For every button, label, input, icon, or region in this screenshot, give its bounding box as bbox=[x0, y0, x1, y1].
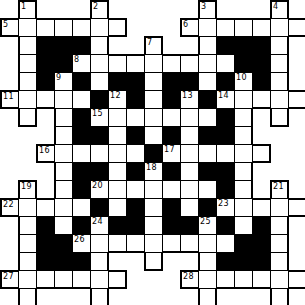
cell-r15c3[interactable] bbox=[54, 270, 73, 289]
cell-r1c12[interactable] bbox=[216, 18, 235, 37]
block-cell-r3c3 bbox=[54, 54, 73, 73]
cell-r2c15[interactable] bbox=[270, 36, 289, 55]
clue-number: 17 bbox=[164, 145, 175, 154]
cell-r6c6[interactable] bbox=[108, 108, 127, 127]
cell-r15c15[interactable] bbox=[270, 270, 289, 289]
cell-r8c10[interactable] bbox=[180, 144, 199, 163]
block-cell-r6c4 bbox=[72, 108, 91, 127]
clue-number: 12 bbox=[110, 91, 121, 100]
cell-r11c2[interactable] bbox=[36, 198, 55, 217]
cell-r13c8[interactable] bbox=[144, 234, 163, 253]
cell-r4c8[interactable] bbox=[144, 72, 163, 91]
cell-r10c8[interactable] bbox=[144, 180, 163, 199]
block-cell-r2c12 bbox=[216, 36, 235, 55]
cell-r11c3[interactable] bbox=[54, 198, 73, 217]
block-cell-r9c9 bbox=[162, 162, 181, 181]
cell-r14c11[interactable] bbox=[198, 252, 217, 271]
clue-number: 6 bbox=[183, 20, 189, 29]
cell-r10c5[interactable]: 20 bbox=[90, 180, 109, 199]
block-cell-r7c12 bbox=[216, 126, 235, 145]
cell-r13c10[interactable] bbox=[180, 234, 199, 253]
cell-r3c11[interactable] bbox=[198, 54, 217, 73]
cell-r10c11[interactable] bbox=[198, 180, 217, 199]
cell-r5c0[interactable]: 11 bbox=[0, 90, 19, 109]
cell-r10c15[interactable]: 21 bbox=[270, 180, 289, 199]
cell-r4c11[interactable] bbox=[198, 72, 217, 91]
cell-r5c1[interactable] bbox=[18, 90, 37, 109]
cell-r8c13[interactable] bbox=[234, 144, 253, 163]
cell-r7c13[interactable] bbox=[234, 126, 253, 145]
cell-r5c2[interactable] bbox=[36, 90, 55, 109]
block-cell-r12c4 bbox=[72, 216, 91, 235]
cell-r1c5[interactable] bbox=[90, 18, 109, 37]
cell-r3c15[interactable] bbox=[270, 54, 289, 73]
block-cell-r11c11 bbox=[198, 198, 217, 217]
block-cell-r4c4 bbox=[72, 72, 91, 91]
block-cell-r6c12 bbox=[216, 108, 235, 127]
cell-r8c5[interactable] bbox=[90, 144, 109, 163]
cell-r10c1[interactable]: 19 bbox=[18, 180, 37, 199]
cell-r4c5[interactable] bbox=[90, 72, 109, 91]
block-cell-r5c9 bbox=[162, 90, 181, 109]
cell-r1c16[interactable] bbox=[288, 18, 305, 37]
clue-number: 2 bbox=[93, 2, 99, 11]
cell-r5c6[interactable]: 12 bbox=[108, 90, 127, 109]
block-cell-r9c4 bbox=[72, 162, 91, 181]
cell-r5c3[interactable] bbox=[54, 90, 73, 109]
cell-r13c12[interactable] bbox=[216, 234, 235, 253]
cell-r5c13[interactable] bbox=[234, 90, 253, 109]
cell-r1c14[interactable] bbox=[252, 18, 271, 37]
cell-r8c9[interactable]: 17 bbox=[162, 144, 181, 163]
clue-number: 1 bbox=[21, 2, 27, 11]
cell-r7c10[interactable] bbox=[180, 126, 199, 145]
clue-number: 21 bbox=[273, 182, 284, 191]
cell-r10c13[interactable] bbox=[234, 180, 253, 199]
cell-r1c0[interactable]: 5 bbox=[0, 18, 19, 37]
clue-number: 23 bbox=[218, 199, 229, 208]
block-cell-r14c2 bbox=[36, 252, 55, 271]
block-cell-r14c3 bbox=[54, 252, 73, 271]
clue-number: 3 bbox=[201, 2, 207, 11]
clue-number: 5 bbox=[3, 20, 9, 29]
cell-r8c7[interactable] bbox=[126, 144, 145, 163]
cell-r12c11[interactable]: 25 bbox=[198, 216, 217, 235]
cell-r3c10[interactable] bbox=[180, 54, 199, 73]
cell-r6c5[interactable]: 15 bbox=[90, 108, 109, 127]
block-cell-r4c12 bbox=[216, 72, 235, 91]
cell-r6c3[interactable] bbox=[54, 108, 73, 127]
cell-r13c5[interactable] bbox=[90, 234, 109, 253]
cell-r13c4[interactable]: 26 bbox=[72, 234, 91, 253]
block-cell-r4c6 bbox=[108, 72, 127, 91]
cell-r1c1[interactable] bbox=[18, 18, 37, 37]
cell-r6c8[interactable] bbox=[144, 108, 163, 127]
clue-number: 24 bbox=[92, 217, 103, 226]
clue-number: 11 bbox=[3, 92, 14, 101]
block-cell-r7c7 bbox=[126, 126, 145, 145]
block-cell-r12c14 bbox=[252, 216, 271, 235]
clue-number: 22 bbox=[3, 200, 14, 209]
block-cell-r8c8 bbox=[144, 144, 163, 163]
clue-number: 10 bbox=[236, 73, 247, 82]
cell-r16c15[interactable] bbox=[270, 288, 289, 305]
cell-r8c4[interactable] bbox=[72, 144, 91, 163]
cell-r13c11[interactable] bbox=[198, 234, 217, 253]
block-cell-r2c2 bbox=[36, 36, 55, 55]
cell-r3c8[interactable] bbox=[144, 54, 163, 73]
cell-r6c11[interactable] bbox=[198, 108, 217, 127]
block-cell-r7c11 bbox=[198, 126, 217, 145]
block-cell-r2c3 bbox=[54, 36, 73, 55]
block-cell-r12c12 bbox=[216, 216, 235, 235]
cell-r3c7[interactable] bbox=[126, 54, 145, 73]
block-cell-r14c14 bbox=[252, 252, 271, 271]
cell-r0c11[interactable]: 3 bbox=[198, 0, 217, 19]
cell-r10c3[interactable] bbox=[54, 180, 73, 199]
cell-r15c11[interactable] bbox=[198, 270, 217, 289]
cell-r16c11[interactable] bbox=[198, 288, 217, 305]
cell-r1c11[interactable] bbox=[198, 18, 217, 37]
block-cell-r13c14 bbox=[252, 234, 271, 253]
cell-r15c6[interactable] bbox=[108, 270, 127, 289]
cell-r6c7[interactable] bbox=[126, 108, 145, 127]
cell-r13c6[interactable] bbox=[108, 234, 127, 253]
cell-r1c6[interactable] bbox=[108, 18, 127, 37]
block-cell-r11c9 bbox=[162, 198, 181, 217]
cell-r12c1[interactable] bbox=[18, 216, 37, 235]
cell-r2c8[interactable]: 7 bbox=[144, 36, 163, 55]
block-cell-r10c4 bbox=[72, 180, 91, 199]
cell-r1c4[interactable] bbox=[72, 18, 91, 37]
clue-number: 14 bbox=[218, 91, 229, 100]
cell-r10c10[interactable] bbox=[180, 180, 199, 199]
block-cell-r4c9 bbox=[162, 72, 181, 91]
block-cell-r3c2 bbox=[36, 54, 55, 73]
block-cell-r11c5 bbox=[90, 198, 109, 217]
cell-r9c8[interactable]: 18 bbox=[144, 162, 163, 181]
cell-r3c6[interactable] bbox=[108, 54, 127, 73]
block-cell-r4c7 bbox=[126, 72, 145, 91]
cell-r11c8[interactable] bbox=[144, 198, 163, 217]
block-cell-r13c2 bbox=[36, 234, 55, 253]
cell-r9c13[interactable] bbox=[234, 162, 253, 181]
cell-r5c4[interactable] bbox=[72, 90, 91, 109]
block-cell-r2c4 bbox=[72, 36, 91, 55]
cell-r5c14[interactable] bbox=[252, 90, 271, 109]
cell-r6c15[interactable] bbox=[270, 108, 289, 127]
cell-r11c6[interactable] bbox=[108, 198, 127, 217]
cell-r11c1[interactable] bbox=[18, 198, 37, 217]
block-cell-r4c14 bbox=[252, 72, 271, 91]
clue-number: 20 bbox=[92, 181, 103, 190]
cell-r7c3[interactable] bbox=[54, 126, 73, 145]
block-cell-r7c4 bbox=[72, 126, 91, 145]
cell-r15c12[interactable] bbox=[216, 270, 235, 289]
cell-r14c5[interactable] bbox=[90, 252, 109, 271]
cell-r5c15[interactable] bbox=[270, 90, 289, 109]
cell-r13c15[interactable] bbox=[270, 234, 289, 253]
cell-r8c6[interactable] bbox=[108, 144, 127, 163]
block-cell-r3c13 bbox=[234, 54, 253, 73]
cell-r12c8[interactable] bbox=[144, 216, 163, 235]
cell-r15c4[interactable] bbox=[72, 270, 91, 289]
clue-number: 28 bbox=[183, 272, 194, 281]
cell-r3c5[interactable] bbox=[90, 54, 109, 73]
block-cell-r5c5 bbox=[90, 90, 109, 109]
cell-r12c13[interactable] bbox=[234, 216, 253, 235]
block-cell-r13c13 bbox=[234, 234, 253, 253]
cell-r11c0[interactable]: 22 bbox=[0, 198, 19, 217]
cell-r11c14[interactable] bbox=[252, 198, 271, 217]
cell-r15c5[interactable] bbox=[90, 270, 109, 289]
cell-r16c5[interactable] bbox=[90, 288, 109, 305]
cell-r15c2[interactable] bbox=[36, 270, 55, 289]
cell-r15c16[interactable] bbox=[288, 270, 305, 289]
clue-number: 26 bbox=[74, 235, 85, 244]
cell-r11c13[interactable] bbox=[234, 198, 253, 217]
cell-r11c15[interactable] bbox=[270, 198, 289, 217]
cell-r1c10[interactable]: 6 bbox=[180, 18, 199, 37]
cell-r15c1[interactable] bbox=[18, 270, 37, 289]
block-cell-r11c7 bbox=[126, 198, 145, 217]
block-cell-r5c7 bbox=[126, 90, 145, 109]
cell-r15c14[interactable] bbox=[252, 270, 271, 289]
cell-r5c16[interactable] bbox=[288, 90, 305, 109]
cell-r1c15[interactable] bbox=[270, 18, 289, 37]
cell-r2c1[interactable] bbox=[18, 36, 37, 55]
clue-number: 25 bbox=[200, 217, 211, 226]
cell-r1c2[interactable] bbox=[36, 18, 55, 37]
clue-number: 27 bbox=[3, 272, 14, 281]
cell-r2c5[interactable] bbox=[90, 36, 109, 55]
cell-r13c7[interactable] bbox=[126, 234, 145, 253]
clue-number: 7 bbox=[147, 38, 153, 47]
block-cell-r14c13 bbox=[234, 252, 253, 271]
cell-r8c3[interactable] bbox=[54, 144, 73, 163]
cell-r9c10[interactable] bbox=[180, 162, 199, 181]
cell-r8c11[interactable] bbox=[198, 144, 217, 163]
cell-r3c1[interactable] bbox=[18, 54, 37, 73]
cell-r8c2[interactable]: 16 bbox=[36, 144, 55, 163]
cell-r6c10[interactable] bbox=[180, 108, 199, 127]
cell-r15c13[interactable] bbox=[234, 270, 253, 289]
block-cell-r4c2 bbox=[36, 72, 55, 91]
block-cell-r12c6 bbox=[108, 216, 127, 235]
cell-r11c4[interactable] bbox=[72, 198, 91, 217]
cell-r10c9[interactable] bbox=[162, 180, 181, 199]
cell-r6c13[interactable] bbox=[234, 108, 253, 127]
cell-r8c14[interactable] bbox=[252, 144, 271, 163]
block-cell-r14c4 bbox=[72, 252, 91, 271]
cell-r11c16[interactable] bbox=[288, 198, 305, 217]
block-cell-r5c11 bbox=[198, 90, 217, 109]
block-cell-r7c5 bbox=[90, 126, 109, 145]
block-cell-r12c2 bbox=[36, 216, 55, 235]
block-cell-r4c10 bbox=[180, 72, 199, 91]
cell-r4c15[interactable] bbox=[270, 72, 289, 91]
clue-number: 15 bbox=[92, 109, 103, 118]
cell-r11c10[interactable] bbox=[180, 198, 199, 217]
cell-r5c10[interactable]: 13 bbox=[180, 90, 199, 109]
clue-number: 9 bbox=[56, 73, 62, 82]
cell-r0c1[interactable]: 1 bbox=[18, 0, 37, 19]
clue-number: 16 bbox=[39, 146, 50, 155]
cell-r13c9[interactable] bbox=[162, 234, 181, 253]
cell-r6c1[interactable] bbox=[18, 108, 37, 127]
cell-r10c6[interactable] bbox=[108, 180, 127, 199]
cell-r0c5[interactable]: 2 bbox=[90, 0, 109, 19]
cell-r12c15[interactable] bbox=[270, 216, 289, 235]
block-cell-r3c14 bbox=[252, 54, 271, 73]
cell-r15c10[interactable]: 28 bbox=[180, 270, 199, 289]
block-cell-r12c9 bbox=[162, 216, 181, 235]
cell-r0c15[interactable]: 4 bbox=[270, 0, 289, 19]
cell-r12c5[interactable]: 24 bbox=[90, 216, 109, 235]
cell-r5c12[interactable]: 14 bbox=[216, 90, 235, 109]
cell-r7c6[interactable] bbox=[108, 126, 127, 145]
block-cell-r14c12 bbox=[216, 252, 235, 271]
block-cell-r7c9 bbox=[162, 126, 181, 145]
clue-number: 18 bbox=[146, 163, 157, 172]
cell-r1c3[interactable] bbox=[54, 18, 73, 37]
cell-r4c3[interactable]: 9 bbox=[54, 72, 73, 91]
cell-r2c11[interactable] bbox=[198, 36, 217, 55]
cell-r3c12[interactable] bbox=[216, 54, 235, 73]
clue-number: 8 bbox=[74, 55, 80, 64]
cell-r1c13[interactable] bbox=[234, 18, 253, 37]
block-cell-r10c12 bbox=[216, 180, 235, 199]
block-cell-r12c10 bbox=[180, 216, 199, 235]
block-cell-r9c7 bbox=[126, 162, 145, 181]
cell-r9c6[interactable] bbox=[108, 162, 127, 181]
cell-r12c3[interactable] bbox=[54, 216, 73, 235]
block-cell-r2c14 bbox=[252, 36, 271, 55]
cell-r11c12[interactable]: 23 bbox=[216, 198, 235, 217]
cell-r16c1[interactable] bbox=[18, 288, 37, 305]
cell-r14c8[interactable] bbox=[144, 252, 163, 271]
block-cell-r2c13 bbox=[234, 36, 253, 55]
cell-r14c1[interactable] bbox=[18, 252, 37, 271]
cell-r5c8[interactable] bbox=[144, 90, 163, 109]
clue-number: 4 bbox=[273, 2, 279, 11]
cell-r10c7[interactable] bbox=[126, 180, 145, 199]
block-cell-r9c5 bbox=[90, 162, 109, 181]
clue-number: 13 bbox=[182, 91, 193, 100]
cell-r8c12[interactable] bbox=[216, 144, 235, 163]
crossword-board: 1234567891011121314151617181920212223242… bbox=[0, 0, 305, 305]
cell-r7c8[interactable] bbox=[144, 126, 163, 145]
block-cell-r13c3 bbox=[54, 234, 73, 253]
cell-r4c13[interactable]: 10 bbox=[234, 72, 253, 91]
cell-r6c9[interactable] bbox=[162, 108, 181, 127]
cell-r15c0[interactable]: 27 bbox=[0, 270, 19, 289]
clue-number: 19 bbox=[21, 182, 32, 191]
block-cell-r9c11 bbox=[198, 162, 217, 181]
block-cell-r9c12 bbox=[216, 162, 235, 181]
cell-r14c15[interactable] bbox=[270, 252, 289, 271]
cell-r9c3[interactable] bbox=[54, 162, 73, 181]
cell-r3c4[interactable]: 8 bbox=[72, 54, 91, 73]
cell-r13c1[interactable] bbox=[18, 234, 37, 253]
cell-r4c1[interactable] bbox=[18, 72, 37, 91]
block-cell-r12c7 bbox=[126, 216, 145, 235]
cell-r3c9[interactable] bbox=[162, 54, 181, 73]
